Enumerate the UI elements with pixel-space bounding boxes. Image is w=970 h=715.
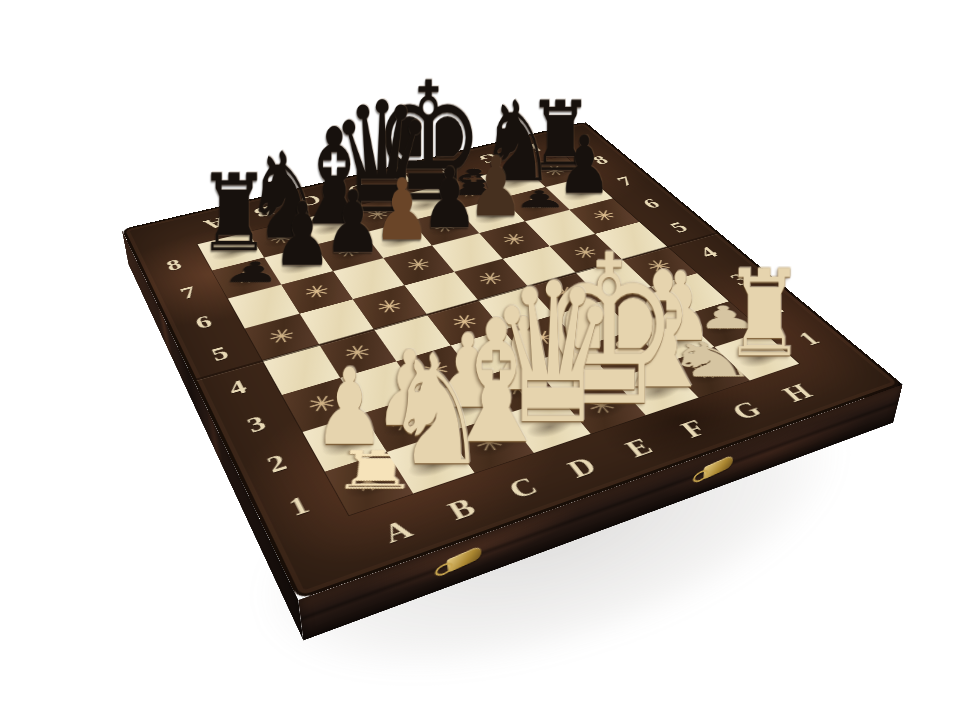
brass-clasp-right [704,454,733,479]
brass-clasp-left [446,545,482,573]
rosette-icon: ✳ [300,281,334,303]
piece-white-knight-b1[interactable]: ♞ [348,349,524,471]
rosette-icon: ✳ [402,255,436,275]
scene: ABCDEFGH ABCDEFGH 87654321 87654321 ♜✳♞♝… [0,0,970,715]
rosette-icon: ✳ [372,296,407,318]
rosette-icon: ✳ [264,325,299,349]
